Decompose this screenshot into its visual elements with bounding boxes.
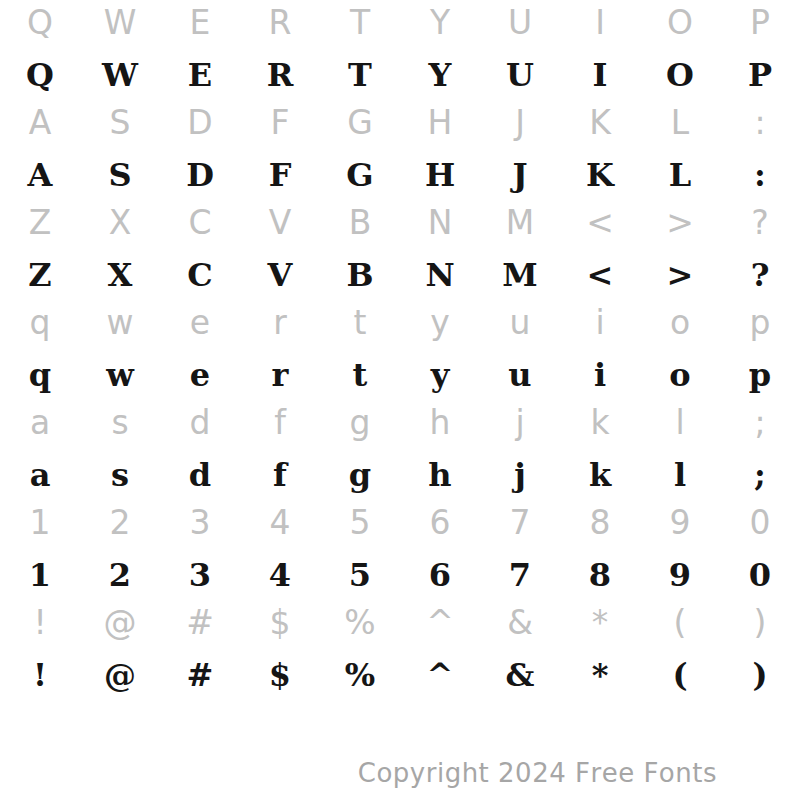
char-cell: Z xyxy=(0,256,80,294)
char-cell: < xyxy=(560,256,640,294)
char-cell: M xyxy=(480,203,560,242)
char-cell: C xyxy=(160,256,240,294)
char-cell: D xyxy=(160,156,240,194)
char-cell: Y xyxy=(400,3,480,42)
char-cell: L xyxy=(640,103,720,142)
char-cell: s xyxy=(80,403,160,442)
char-cell: F xyxy=(240,103,320,142)
char-cell: $ xyxy=(240,656,320,694)
char-cell: R xyxy=(240,56,320,94)
char-row-lower-asdf-bold: asdfghjkl; xyxy=(0,444,800,500)
char-cell: ! xyxy=(0,603,80,642)
char-cell: P xyxy=(720,56,800,94)
char-cell: ^ xyxy=(400,656,480,694)
char-cell: r xyxy=(240,303,320,342)
char-cell: ) xyxy=(720,603,800,642)
char-row-digits-bold: 1234567890 xyxy=(0,544,800,600)
char-cell: < xyxy=(560,203,640,242)
char-cell: o xyxy=(640,303,720,342)
char-cell: k xyxy=(560,403,640,442)
char-row-lower-asdf-ghost: asdfghjkl; xyxy=(0,400,800,444)
char-cell: h xyxy=(400,403,480,442)
char-cell: B xyxy=(320,256,400,294)
char-cell: O xyxy=(640,56,720,94)
char-row-upper-qwerty-bold: QWERTYUIOP xyxy=(0,44,800,100)
char-cell: > xyxy=(640,256,720,294)
char-row-symbols-ghost: !@#$%^&*() xyxy=(0,600,800,644)
char-cell: r xyxy=(240,356,320,394)
char-cell: E xyxy=(160,3,240,42)
char-cell: L xyxy=(640,156,720,194)
char-cell: e xyxy=(160,303,240,342)
char-row-digits-ghost: 1234567890 xyxy=(0,500,800,544)
char-cell: d xyxy=(160,456,240,494)
char-cell: j xyxy=(480,403,560,442)
char-cell: u xyxy=(480,303,560,342)
char-cell: H xyxy=(400,103,480,142)
char-cell: 1 xyxy=(0,503,80,542)
char-cell: & xyxy=(480,656,560,694)
char-cell: 6 xyxy=(400,556,480,594)
char-cell: J xyxy=(480,103,560,142)
char-cell: X xyxy=(80,256,160,294)
char-cell: ; xyxy=(720,456,800,494)
char-row-upper-asdf-bold: ASDFGHJKL: xyxy=(0,144,800,200)
char-cell: K xyxy=(560,156,640,194)
char-cell: W xyxy=(80,56,160,94)
char-cell: # xyxy=(160,656,240,694)
char-cell: Q xyxy=(0,3,80,42)
char-cell: > xyxy=(640,203,720,242)
char-cell: y xyxy=(400,356,480,394)
char-cell: : xyxy=(720,156,800,194)
char-row-upper-zxcv-bold: ZXCVBNM<>? xyxy=(0,244,800,300)
char-cell: H xyxy=(400,156,480,194)
char-cell: Z xyxy=(0,203,80,242)
char-cell: e xyxy=(160,356,240,394)
char-cell: ^ xyxy=(400,603,480,642)
char-cell: g xyxy=(320,403,400,442)
char-cell: p xyxy=(720,356,800,394)
char-row-lower-qwerty-bold: qwertyuiop xyxy=(0,344,800,400)
char-row-upper-qwerty-ghost: QWERTYUIOP xyxy=(0,0,800,44)
char-cell: ) xyxy=(720,656,800,694)
char-cell: W xyxy=(80,3,160,42)
char-cell: S xyxy=(80,156,160,194)
char-cell: 4 xyxy=(240,556,320,594)
char-cell: 3 xyxy=(160,503,240,542)
char-cell: w xyxy=(80,356,160,394)
char-cell: 2 xyxy=(80,556,160,594)
char-cell: j xyxy=(480,456,560,494)
char-cell: 6 xyxy=(400,503,480,542)
char-cell: & xyxy=(480,603,560,642)
char-cell: t xyxy=(320,356,400,394)
char-cell: G xyxy=(320,156,400,194)
char-cell: ; xyxy=(720,403,800,442)
char-cell: M xyxy=(480,256,560,294)
char-cell: 9 xyxy=(640,503,720,542)
char-cell: * xyxy=(560,656,640,694)
char-cell: t xyxy=(320,303,400,342)
char-cell: 7 xyxy=(480,556,560,594)
char-cell: ? xyxy=(720,203,800,242)
char-cell: 4 xyxy=(240,503,320,542)
char-cell: R xyxy=(240,3,320,42)
char-cell: : xyxy=(720,103,800,142)
char-cell: 5 xyxy=(320,556,400,594)
char-cell: V xyxy=(240,203,320,242)
char-cell: % xyxy=(320,656,400,694)
char-cell: Y xyxy=(400,56,480,94)
char-cell: 3 xyxy=(160,556,240,594)
char-cell: B xyxy=(320,203,400,242)
char-cell: i xyxy=(560,356,640,394)
char-cell: ? xyxy=(720,256,800,294)
char-cell: f xyxy=(240,403,320,442)
char-cell: Q xyxy=(0,56,80,94)
char-cell: @ xyxy=(80,603,160,642)
char-cell: T xyxy=(320,3,400,42)
font-specimen-sheet: QWERTYUIOP QWERTYUIOP ASDFGHJKL: ASDFGHJ… xyxy=(0,0,800,800)
char-cell: # xyxy=(160,603,240,642)
char-cell: C xyxy=(160,203,240,242)
char-cell: O xyxy=(640,3,720,42)
char-cell: E xyxy=(160,56,240,94)
char-cell: i xyxy=(560,303,640,342)
char-cell: 9 xyxy=(640,556,720,594)
char-cell: p xyxy=(720,303,800,342)
char-cell: h xyxy=(400,456,480,494)
char-cell: l xyxy=(640,456,720,494)
char-cell: G xyxy=(320,103,400,142)
char-cell: T xyxy=(320,56,400,94)
char-row-lower-qwerty-ghost: qwertyuiop xyxy=(0,300,800,344)
char-cell: D xyxy=(160,103,240,142)
char-cell: $ xyxy=(240,603,320,642)
char-cell: ( xyxy=(640,603,720,642)
char-cell: u xyxy=(480,356,560,394)
char-cell: 1 xyxy=(0,556,80,594)
char-cell: ! xyxy=(0,656,80,694)
char-cell: l xyxy=(640,403,720,442)
char-cell: d xyxy=(160,403,240,442)
char-cell: f xyxy=(240,456,320,494)
char-cell: w xyxy=(80,303,160,342)
char-cell: a xyxy=(0,456,80,494)
char-cell: J xyxy=(480,156,560,194)
char-cell: X xyxy=(80,203,160,242)
char-cell: q xyxy=(0,356,80,394)
char-cell: I xyxy=(560,56,640,94)
char-cell: 0 xyxy=(720,503,800,542)
char-cell: P xyxy=(720,3,800,42)
char-cell: * xyxy=(560,603,640,642)
char-cell: @ xyxy=(80,656,160,694)
char-cell: U xyxy=(480,56,560,94)
char-cell: y xyxy=(400,303,480,342)
char-cell: 5 xyxy=(320,503,400,542)
char-cell: a xyxy=(0,403,80,442)
char-cell: K xyxy=(560,103,640,142)
char-cell: A xyxy=(0,103,80,142)
char-cell: ( xyxy=(640,656,720,694)
char-cell: I xyxy=(560,3,640,42)
char-cell: g xyxy=(320,456,400,494)
char-cell: U xyxy=(480,3,560,42)
char-row-upper-zxcv-ghost: ZXCVBNM<>? xyxy=(0,200,800,244)
char-row-upper-asdf-ghost: ASDFGHJKL: xyxy=(0,100,800,144)
char-cell: S xyxy=(80,103,160,142)
copyright-watermark: Copyright 2024 Free Fonts xyxy=(358,758,717,788)
char-cell: N xyxy=(400,256,480,294)
char-cell: k xyxy=(560,456,640,494)
char-cell: q xyxy=(0,303,80,342)
char-cell: o xyxy=(640,356,720,394)
char-row-symbols-bold: !@#$%^&*() xyxy=(0,644,800,700)
char-cell: N xyxy=(400,203,480,242)
char-cell: 7 xyxy=(480,503,560,542)
char-cell: 8 xyxy=(560,503,640,542)
char-cell: % xyxy=(320,603,400,642)
char-cell: V xyxy=(240,256,320,294)
char-cell: A xyxy=(0,156,80,194)
char-cell: 8 xyxy=(560,556,640,594)
char-cell: F xyxy=(240,156,320,194)
char-cell: s xyxy=(80,456,160,494)
char-cell: 2 xyxy=(80,503,160,542)
char-cell: 0 xyxy=(720,556,800,594)
